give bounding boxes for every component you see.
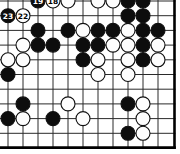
black-stone: [136, 23, 150, 37]
white-stone: [151, 53, 165, 67]
white-stone: [121, 23, 135, 37]
black-stone: [91, 23, 105, 37]
white-stone: [91, 68, 105, 82]
white-stone: [16, 53, 30, 67]
white-stone: [136, 97, 150, 111]
black-stone: [16, 97, 30, 111]
black-stone: [76, 38, 90, 52]
white-stone: [16, 112, 30, 126]
move-number-18: 18: [48, 0, 58, 6]
white-stone: [151, 38, 165, 52]
white-stone: [121, 68, 135, 82]
black-stone: [121, 97, 135, 111]
white-stone: [121, 38, 135, 52]
white-stone: [121, 53, 135, 67]
white-stone: [136, 112, 150, 126]
move-number-19: 19: [33, 0, 43, 6]
black-stone: [121, 126, 135, 140]
white-stone: [106, 38, 120, 52]
go-board: 23221918: [0, 0, 180, 154]
black-stone: [31, 23, 45, 37]
white-stone: [136, 126, 150, 140]
black-stone: [46, 38, 60, 52]
black-stone: [76, 53, 90, 67]
black-stone: [106, 23, 120, 37]
white-stone: [91, 53, 105, 67]
white-stone: [76, 112, 90, 126]
black-stone: [1, 68, 15, 82]
move-number-23: 23: [3, 12, 13, 21]
go-diagram: 23221918: [0, 0, 180, 154]
black-stone: [136, 38, 150, 52]
black-stone: [136, 9, 150, 23]
black-stone: [1, 112, 15, 126]
board-background: [0, 0, 180, 154]
black-stone: [136, 53, 150, 67]
black-stone: [31, 38, 45, 52]
black-stone: [46, 112, 60, 126]
white-stone: [1, 53, 15, 67]
move-number-22: 22: [18, 12, 28, 21]
white-stone: [16, 38, 30, 52]
black-stone: [151, 23, 165, 37]
black-stone: [61, 23, 75, 37]
white-stone: [61, 97, 75, 111]
black-stone: [91, 38, 105, 52]
black-stone: [121, 9, 135, 23]
white-stone: [76, 23, 90, 37]
